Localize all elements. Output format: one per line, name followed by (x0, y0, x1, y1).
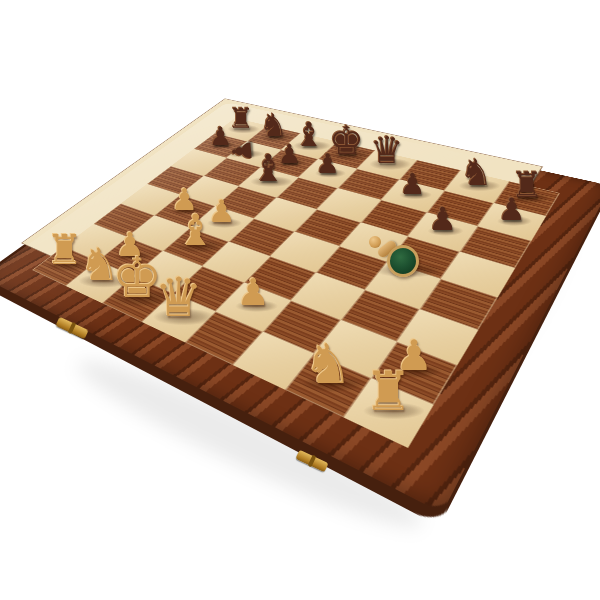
chess-set-photo: ♜♞♟♝♟♚♟♛♟♝♞♟♜♟♟♟♟♝♟♜♞♚♟♛♟♞♜ (0, 0, 600, 600)
